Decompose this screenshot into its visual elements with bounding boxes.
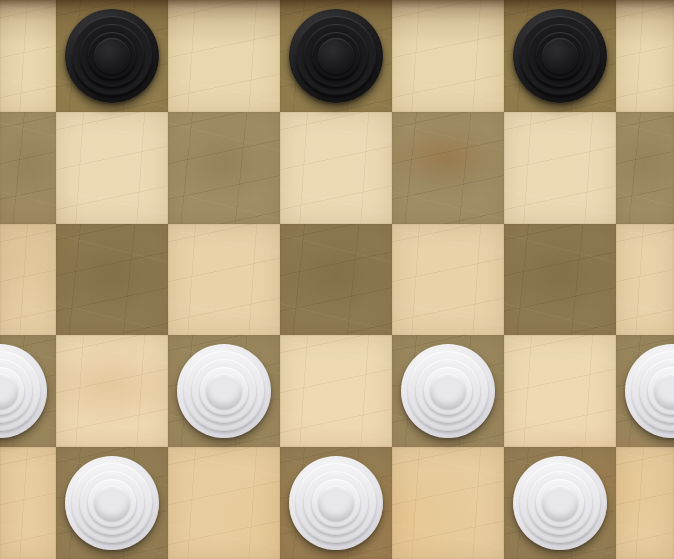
white-piece-ring bbox=[520, 463, 600, 543]
white-piece-ring bbox=[408, 351, 488, 431]
white-piece-ring bbox=[312, 479, 360, 527]
black-piece-ring bbox=[520, 16, 600, 96]
white-piece-ring bbox=[304, 471, 368, 535]
black-piece-ring bbox=[312, 32, 360, 80]
black-piece-ring bbox=[536, 32, 584, 80]
board-square-light[interactable] bbox=[56, 335, 168, 447]
white-piece-ring bbox=[0, 359, 32, 423]
white-piece-ring bbox=[424, 367, 472, 415]
board-square-light[interactable] bbox=[0, 447, 56, 559]
white-piece-ring bbox=[648, 367, 674, 415]
white-piece-ring bbox=[184, 351, 264, 431]
white-piece-ring bbox=[80, 471, 144, 535]
board-square-light[interactable] bbox=[0, 224, 56, 336]
black-piece-ring bbox=[72, 16, 152, 96]
checker-piece-black[interactable] bbox=[513, 9, 607, 103]
black-piece-ring bbox=[94, 38, 130, 74]
white-piece-ring bbox=[640, 359, 674, 423]
black-piece-ring bbox=[304, 24, 368, 88]
white-piece-ring bbox=[206, 373, 242, 409]
checker-piece-black[interactable] bbox=[289, 9, 383, 103]
white-piece-ring bbox=[0, 351, 40, 431]
white-piece-ring bbox=[192, 359, 256, 423]
board-square-light[interactable] bbox=[280, 112, 392, 224]
white-piece-ring bbox=[528, 471, 592, 535]
checker-piece-white[interactable] bbox=[289, 456, 383, 550]
white-piece-ring bbox=[0, 373, 18, 409]
board-square-light[interactable] bbox=[392, 447, 504, 559]
white-piece-ring bbox=[416, 359, 480, 423]
white-piece-ring bbox=[542, 485, 578, 521]
white-piece-ring bbox=[430, 373, 466, 409]
white-piece-ring bbox=[654, 373, 674, 409]
board-square-light[interactable] bbox=[392, 224, 504, 336]
board-square-light[interactable] bbox=[56, 112, 168, 224]
white-piece-ring bbox=[200, 367, 248, 415]
board-square-light[interactable] bbox=[168, 447, 280, 559]
white-piece-ring bbox=[94, 485, 130, 521]
black-piece-ring bbox=[318, 38, 354, 74]
white-piece-ring bbox=[88, 479, 136, 527]
white-piece-ring bbox=[0, 367, 24, 415]
black-piece-ring bbox=[80, 24, 144, 88]
black-piece-ring bbox=[528, 24, 592, 88]
checker-piece-white[interactable] bbox=[177, 344, 271, 438]
board-square-light[interactable] bbox=[616, 0, 674, 112]
checker-piece-white[interactable] bbox=[401, 344, 495, 438]
checker-piece-black[interactable] bbox=[65, 9, 159, 103]
board-square-light[interactable] bbox=[504, 112, 616, 224]
white-piece-ring bbox=[632, 351, 674, 431]
white-piece-ring bbox=[296, 463, 376, 543]
board-square-dark[interactable] bbox=[616, 112, 674, 224]
board-square-dark[interactable] bbox=[392, 112, 504, 224]
board-square-light[interactable] bbox=[168, 224, 280, 336]
white-piece-ring bbox=[72, 463, 152, 543]
white-piece-ring bbox=[318, 485, 354, 521]
board-square-dark[interactable] bbox=[56, 224, 168, 336]
black-piece-ring bbox=[296, 16, 376, 96]
board-square-dark[interactable] bbox=[0, 112, 56, 224]
board-square-light[interactable] bbox=[616, 224, 674, 336]
board-square-dark[interactable] bbox=[168, 112, 280, 224]
board-square-light[interactable] bbox=[168, 0, 280, 112]
checkers-app-window bbox=[0, 0, 674, 559]
black-piece-ring bbox=[542, 38, 578, 74]
checker-piece-white[interactable] bbox=[65, 456, 159, 550]
board-square-dark[interactable] bbox=[280, 224, 392, 336]
board-square-light[interactable] bbox=[616, 447, 674, 559]
board-square-light[interactable] bbox=[392, 0, 504, 112]
board-square-dark[interactable] bbox=[504, 224, 616, 336]
board-square-light[interactable] bbox=[504, 335, 616, 447]
white-piece-ring bbox=[536, 479, 584, 527]
board-square-light[interactable] bbox=[0, 0, 56, 112]
checker-piece-white[interactable] bbox=[513, 456, 607, 550]
black-piece-ring bbox=[88, 32, 136, 80]
board-square-light[interactable] bbox=[280, 335, 392, 447]
checkers-board bbox=[0, 0, 674, 559]
